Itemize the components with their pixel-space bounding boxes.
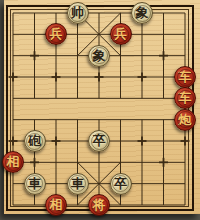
- piece-red-cannon[interactable]: 炮: [174, 109, 196, 131]
- piece-red-soldier[interactable]: 兵: [110, 23, 132, 45]
- piece-tan-elephant[interactable]: 象: [131, 2, 153, 24]
- piece-red-chariot[interactable]: 车: [174, 87, 196, 109]
- piece-red-chariot[interactable]: 车: [174, 66, 196, 88]
- piece-red-general[interactable]: 将: [88, 194, 110, 216]
- piece-tan-chariot[interactable]: 車: [24, 173, 46, 195]
- piece-tan-elephant[interactable]: 象: [88, 45, 110, 67]
- piece-red-soldier[interactable]: 兵: [45, 23, 67, 45]
- piece-tan-soldier[interactable]: 卒: [110, 173, 132, 195]
- piece-tan-soldier[interactable]: 卒: [88, 130, 110, 152]
- piece-tan-chariot[interactable]: 車: [67, 173, 89, 195]
- xiangqi-board[interactable]: 帅象象砲卒車車卒兵兵车车炮相相将: [4, 0, 200, 214]
- piece-red-elephant[interactable]: 相: [2, 151, 24, 173]
- piece-tan-general[interactable]: 帅: [67, 2, 89, 24]
- piece-red-elephant[interactable]: 相: [45, 194, 67, 216]
- piece-tan-cannon[interactable]: 砲: [24, 130, 46, 152]
- xiangqi-app: 帅象象砲卒車車卒兵兵车车炮相相将: [0, 0, 200, 220]
